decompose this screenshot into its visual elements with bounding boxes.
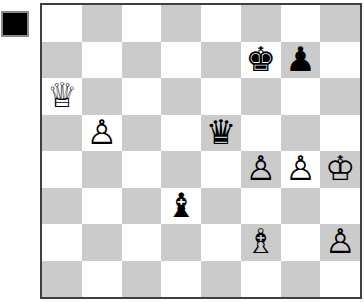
square-e8 (201, 5, 241, 42)
white-pawn-b5: ♙ (86, 115, 116, 149)
square-h1 (320, 261, 360, 298)
square-h8 (320, 5, 360, 42)
square-b5: ♙ (82, 115, 122, 152)
square-a8 (42, 5, 82, 42)
square-d6 (161, 78, 201, 115)
square-c3 (122, 188, 162, 225)
square-e6 (201, 78, 241, 115)
diagram-canvas: ♚♟♕♙♛♙♙♔♝♗♙ (0, 0, 364, 302)
square-f1 (241, 261, 281, 298)
square-f5 (241, 115, 281, 152)
white-king-h4: ♔ (325, 151, 355, 185)
square-c7 (122, 42, 162, 79)
square-h7 (320, 42, 360, 79)
white-pawn-h2: ♙ (325, 224, 355, 258)
square-g5 (281, 115, 321, 152)
square-f3 (241, 188, 281, 225)
square-d4 (161, 151, 201, 188)
square-a6: ♕ (42, 78, 82, 115)
square-b3 (82, 188, 122, 225)
white-queen-a6: ♕ (47, 78, 77, 112)
square-d5 (161, 115, 201, 152)
square-d1 (161, 261, 201, 298)
square-g7: ♟ (281, 42, 321, 79)
square-a7 (42, 42, 82, 79)
square-e7 (201, 42, 241, 79)
square-f6 (241, 78, 281, 115)
square-c2 (122, 224, 162, 261)
square-d3: ♝ (161, 188, 201, 225)
square-a2 (42, 224, 82, 261)
square-b6 (82, 78, 122, 115)
black-bishop-d3: ♝ (166, 188, 196, 222)
square-b1 (82, 261, 122, 298)
white-pawn-f4: ♙ (245, 151, 275, 185)
square-a5 (42, 115, 82, 152)
square-f4: ♙ (241, 151, 281, 188)
square-c6 (122, 78, 162, 115)
square-d2 (161, 224, 201, 261)
square-b8 (82, 5, 122, 42)
white-bishop-f2: ♗ (245, 224, 275, 258)
square-c8 (122, 5, 162, 42)
square-e3 (201, 188, 241, 225)
square-g2 (281, 224, 321, 261)
square-b7 (82, 42, 122, 79)
square-c5 (122, 115, 162, 152)
square-a3 (42, 188, 82, 225)
square-a4 (42, 151, 82, 188)
square-h2: ♙ (320, 224, 360, 261)
square-a1 (42, 261, 82, 298)
square-h5 (320, 115, 360, 152)
black-king-f7: ♚ (245, 42, 275, 76)
square-f7: ♚ (241, 42, 281, 79)
white-pawn-g4: ♙ (285, 151, 315, 185)
square-c4 (122, 151, 162, 188)
square-e1 (201, 261, 241, 298)
square-f8 (241, 5, 281, 42)
square-b4 (82, 151, 122, 188)
square-h3 (320, 188, 360, 225)
square-b2 (82, 224, 122, 261)
square-f2: ♗ (241, 224, 281, 261)
square-h4: ♔ (320, 151, 360, 188)
square-e4 (201, 151, 241, 188)
square-e2 (201, 224, 241, 261)
square-g4: ♙ (281, 151, 321, 188)
square-g6 (281, 78, 321, 115)
square-g3 (281, 188, 321, 225)
square-h6 (320, 78, 360, 115)
square-g8 (281, 5, 321, 42)
square-d8 (161, 5, 201, 42)
square-g1 (281, 261, 321, 298)
chess-board: ♚♟♕♙♛♙♙♔♝♗♙ (40, 3, 362, 299)
square-d7 (161, 42, 201, 79)
black-queen-e5: ♛ (206, 115, 236, 149)
square-e5: ♛ (201, 115, 241, 152)
black-pawn-g7: ♟ (285, 42, 315, 76)
square-c1 (122, 261, 162, 298)
black-to-move-indicator (1, 11, 29, 37)
